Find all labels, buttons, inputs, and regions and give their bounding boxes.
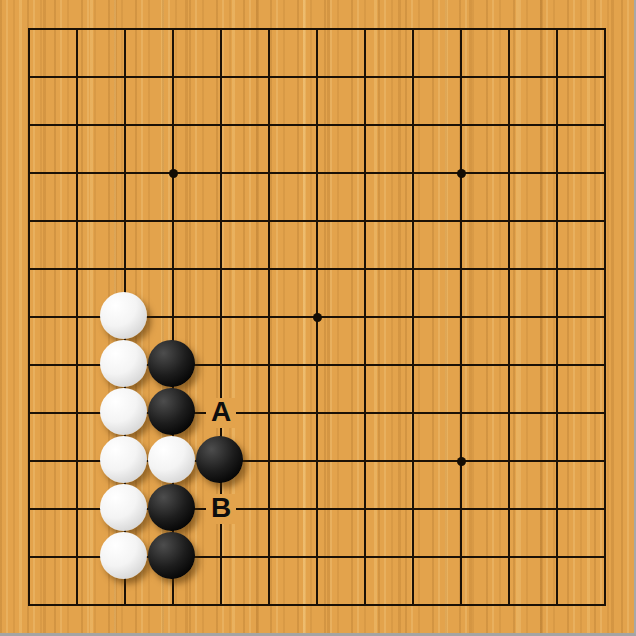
star-point — [169, 169, 178, 178]
star-point — [313, 313, 322, 322]
white-stone — [100, 484, 147, 531]
point-label-b[interactable]: B — [211, 494, 231, 522]
grid-line — [364, 28, 366, 606]
white-stone — [148, 436, 195, 483]
black-stone — [148, 532, 195, 579]
grid-line — [460, 28, 462, 606]
point-label-a[interactable]: A — [211, 398, 231, 426]
black-stone — [148, 484, 195, 531]
grid-line — [508, 28, 510, 606]
star-point — [457, 457, 466, 466]
white-stone — [100, 388, 147, 435]
white-stone — [100, 340, 147, 387]
grid-line — [412, 28, 414, 606]
black-stone — [196, 436, 243, 483]
black-stone — [148, 340, 195, 387]
grid-line — [556, 28, 558, 606]
star-point — [457, 169, 466, 178]
grid-line — [28, 604, 606, 606]
go-board[interactable]: AB — [0, 0, 636, 636]
white-stone — [100, 532, 147, 579]
black-stone — [148, 388, 195, 435]
grid-line — [604, 28, 606, 606]
white-stone — [100, 292, 147, 339]
white-stone — [100, 436, 147, 483]
